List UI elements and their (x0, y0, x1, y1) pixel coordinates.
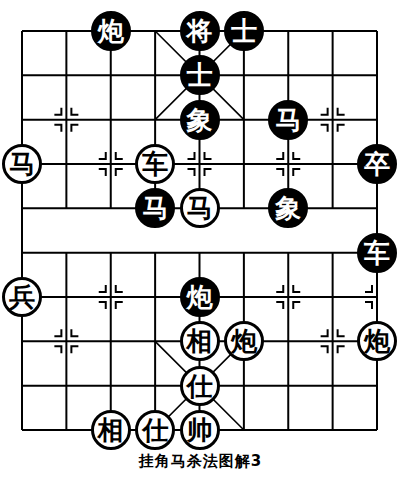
piece-black-general[interactable]: 将 (180, 11, 220, 51)
piece-black-horse[interactable]: 马 (135, 188, 175, 228)
piece-red-cannon[interactable]: 炮 (357, 321, 397, 361)
piece-red-general[interactable]: 帅 (180, 410, 220, 450)
piece-black-elephant[interactable]: 象 (180, 100, 220, 140)
piece-black-soldier[interactable]: 卒 (357, 144, 397, 184)
piece-black-advisor[interactable]: 士 (180, 55, 220, 95)
piece-red-horse[interactable]: 马 (180, 188, 220, 228)
caption: 挂角马杀法图解3 (0, 452, 401, 471)
piece-black-horse[interactable]: 马 (268, 100, 308, 140)
piece-black-cannon[interactable]: 炮 (91, 11, 131, 51)
piece-black-elephant[interactable]: 象 (268, 188, 308, 228)
piece-black-advisor[interactable]: 士 (224, 11, 264, 51)
piece-red-elephant[interactable]: 相 (91, 410, 131, 450)
board: 炮将士士象马马车卒马马象车兵炮相炮炮仕相仕帅 (0, 9, 399, 452)
xiangqi-diagram: 炮将士士象马马车卒马马象车兵炮相炮炮仕相仕帅 挂角马杀法图解3 (0, 0, 401, 480)
piece-black-chariot[interactable]: 车 (357, 233, 397, 273)
piece-red-advisor[interactable]: 仕 (180, 366, 220, 406)
piece-red-cannon[interactable]: 炮 (224, 321, 264, 361)
piece-red-advisor[interactable]: 仕 (135, 410, 175, 450)
piece-red-soldier[interactable]: 兵 (2, 277, 42, 317)
piece-red-chariot[interactable]: 车 (135, 144, 175, 184)
piece-black-cannon[interactable]: 炮 (180, 277, 220, 317)
piece-red-elephant[interactable]: 相 (180, 321, 220, 361)
piece-red-horse[interactable]: 马 (2, 144, 42, 184)
